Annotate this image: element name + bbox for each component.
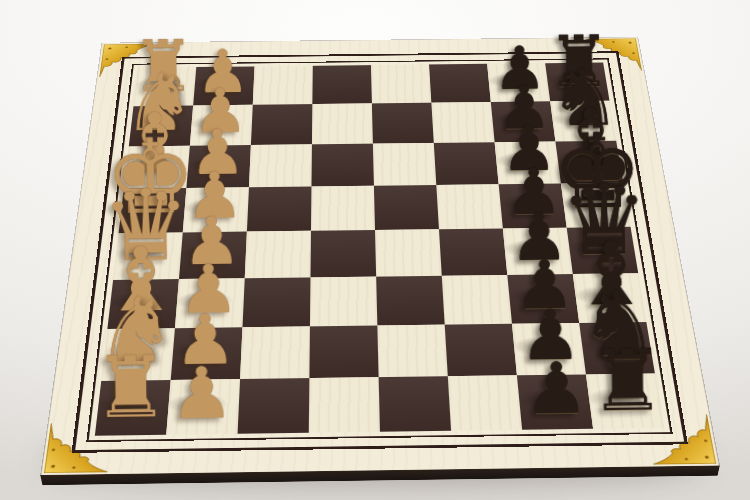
square-a4 <box>309 377 380 433</box>
square-h3 <box>253 66 313 105</box>
board-edge <box>40 465 720 485</box>
square-h4 <box>312 65 372 104</box>
square-f6 <box>434 142 499 185</box>
square-d3 <box>245 231 311 278</box>
square-d5 <box>375 229 442 276</box>
square-c3 <box>242 277 310 327</box>
inner-frame-line: ♜♟♟♜♞♟♟♞♝♟♟♝♚♟♟♚♛♟♟♛♝♟♟♝♞♟♟♞♜♟♟♜ <box>86 58 672 442</box>
white-rook: ♜ <box>92 345 169 430</box>
square-f5 <box>373 143 436 186</box>
square-e6 <box>436 184 503 229</box>
outer-frame-line: ♜♟♟♜♞♟♟♞♝♟♟♝♚♟♟♚♛♟♟♛♝♟♟♝♞♟♟♞♜♟♟♜ <box>71 51 687 453</box>
square-a7: ♟ <box>517 374 593 429</box>
square-b4 <box>309 326 378 379</box>
square-b3 <box>240 326 310 379</box>
square-a1: ♜ <box>95 380 171 436</box>
square-h5 <box>371 64 431 103</box>
square-e5 <box>374 185 439 230</box>
square-a6 <box>448 375 522 430</box>
square-c6 <box>442 275 512 325</box>
white-pawn: ♟ <box>169 358 234 430</box>
square-f4 <box>311 144 373 187</box>
square-e3 <box>247 186 312 231</box>
black-rook: ♜ <box>589 339 665 424</box>
board-tilt-wrapper: ♜♟♟♜♞♟♟♞♝♟♟♝♚♟♟♚♛♟♟♛♝♟♟♝♞♟♟♞♜♟♟♜ <box>41 37 718 475</box>
square-a8: ♜ <box>586 374 664 429</box>
square-b6 <box>445 324 517 377</box>
square-a5 <box>379 376 451 431</box>
square-d6 <box>439 228 507 275</box>
square-g6 <box>431 102 494 143</box>
square-g3 <box>251 104 312 145</box>
scene: ♜♟♟♜♞♟♟♞♝♟♟♝♚♟♟♚♛♟♟♛♝♟♟♝♞♟♟♞♜♟♟♜ <box>0 0 750 500</box>
square-e4 <box>311 186 375 231</box>
square-f3 <box>249 144 312 187</box>
square-d4 <box>310 230 376 277</box>
board-grid: ♜♟♟♜♞♟♟♞♝♟♟♝♚♟♟♚♛♟♟♛♝♟♟♝♞♟♟♞♜♟♟♜ <box>95 62 664 435</box>
square-c4 <box>310 277 377 327</box>
chess-board: ♜♟♟♜♞♟♟♞♝♟♟♝♚♟♟♚♛♟♟♛♝♟♟♝♞♟♟♞♜♟♟♜ <box>41 37 718 475</box>
square-g5 <box>372 103 434 144</box>
photo-backdrop: ♜♟♟♜♞♟♟♞♝♟♟♝♚♟♟♚♛♟♟♛♝♟♟♝♞♟♟♞♜♟♟♜ <box>0 0 750 500</box>
black-pawn: ♟ <box>524 353 588 425</box>
square-a3 <box>238 378 310 434</box>
square-c5 <box>376 276 445 326</box>
square-h6 <box>429 64 491 103</box>
square-g4 <box>312 103 373 144</box>
square-a2: ♟ <box>166 379 240 435</box>
square-b5 <box>377 325 447 378</box>
